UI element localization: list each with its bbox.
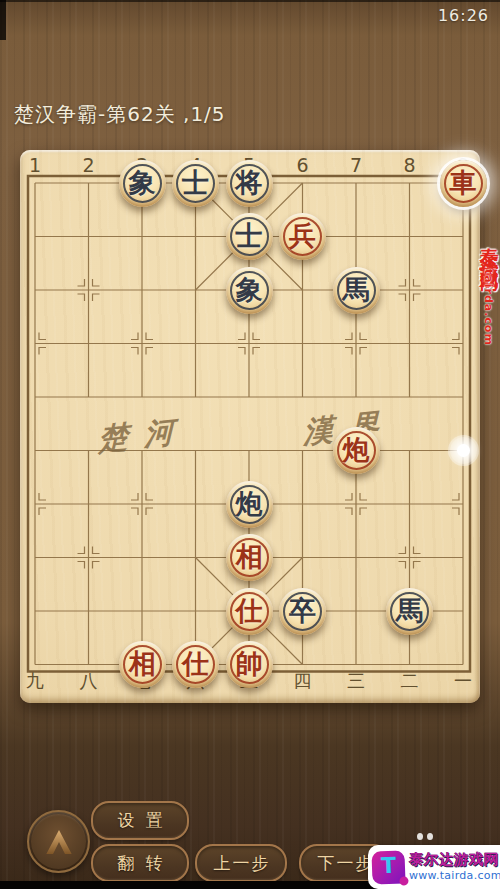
- chevron-up-icon: [39, 823, 79, 861]
- app-screen: 16:26 楚汉争霸-第62关 ,1/5 123456789 九八七六五四三二一…: [0, 0, 500, 889]
- piece-black-将[interactable]: 将: [226, 160, 273, 207]
- piece-red-車[interactable]: 車: [440, 160, 487, 207]
- corner-shade: [0, 0, 6, 40]
- piece-black-士[interactable]: 士: [172, 160, 219, 207]
- piece-black-炮[interactable]: 炮: [226, 481, 273, 528]
- piece-red-帥[interactable]: 帥: [226, 641, 273, 688]
- clock-text: 16:26: [438, 6, 489, 25]
- piece-black-卒[interactable]: 卒: [279, 588, 326, 635]
- watermark-site-url: www.tairda.com: [409, 870, 500, 882]
- pieces-layer: 象士将車士兵象馬炮炮相仕卒馬相仕帥: [8, 156, 490, 691]
- page-title: 楚汉争霸-第62关 ,1/5: [14, 101, 226, 128]
- piece-black-象[interactable]: 象: [226, 267, 273, 314]
- hidden-dots-decoration: [417, 833, 435, 841]
- watermark-site-name: 泰尔达游戏网: [409, 852, 500, 868]
- tairda-logo-icon: T: [371, 850, 405, 884]
- xiangqi-board[interactable]: 123456789 九八七六五四三二一 楚河 漢界 象士将車士兵象馬炮炮相仕卒馬…: [20, 150, 480, 703]
- top-edge-shade: [0, 0, 500, 2]
- piece-red-仕[interactable]: 仕: [226, 588, 273, 635]
- previous-step-button[interactable]: 上一步: [195, 844, 287, 882]
- settings-button[interactable]: 设置: [91, 801, 189, 840]
- piece-red-仕[interactable]: 仕: [172, 641, 219, 688]
- watermark-card: T 泰尔达游戏网 www.tairda.com: [368, 845, 500, 889]
- piece-red-炮[interactable]: 炮: [333, 427, 380, 474]
- piece-black-馬[interactable]: 馬: [333, 267, 380, 314]
- piece-red-相[interactable]: 相: [226, 534, 273, 581]
- piece-black-馬[interactable]: 馬: [386, 588, 433, 635]
- flip-board-button[interactable]: 翻转: [91, 844, 189, 882]
- piece-red-相[interactable]: 相: [119, 641, 166, 688]
- piece-black-象[interactable]: 象: [119, 160, 166, 207]
- move-indicator-dot[interactable]: [457, 444, 470, 457]
- collapse-menu-button[interactable]: [27, 810, 90, 873]
- piece-red-兵[interactable]: 兵: [279, 213, 326, 260]
- piece-black-士[interactable]: 士: [226, 213, 273, 260]
